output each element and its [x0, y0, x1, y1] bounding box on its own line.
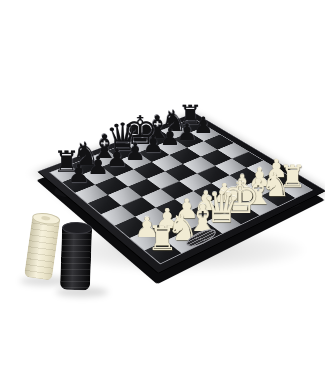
product-photo-scene: ♜♞♟♝♟♚♟♛♟♝♟♞♟♜♟♟♟♟♜♟♞♟♝♟♚♟♛♟♝♟♞♜	[0, 0, 325, 375]
black-checkers-stack	[60, 226, 92, 290]
cream-checkers-stack	[24, 216, 60, 280]
